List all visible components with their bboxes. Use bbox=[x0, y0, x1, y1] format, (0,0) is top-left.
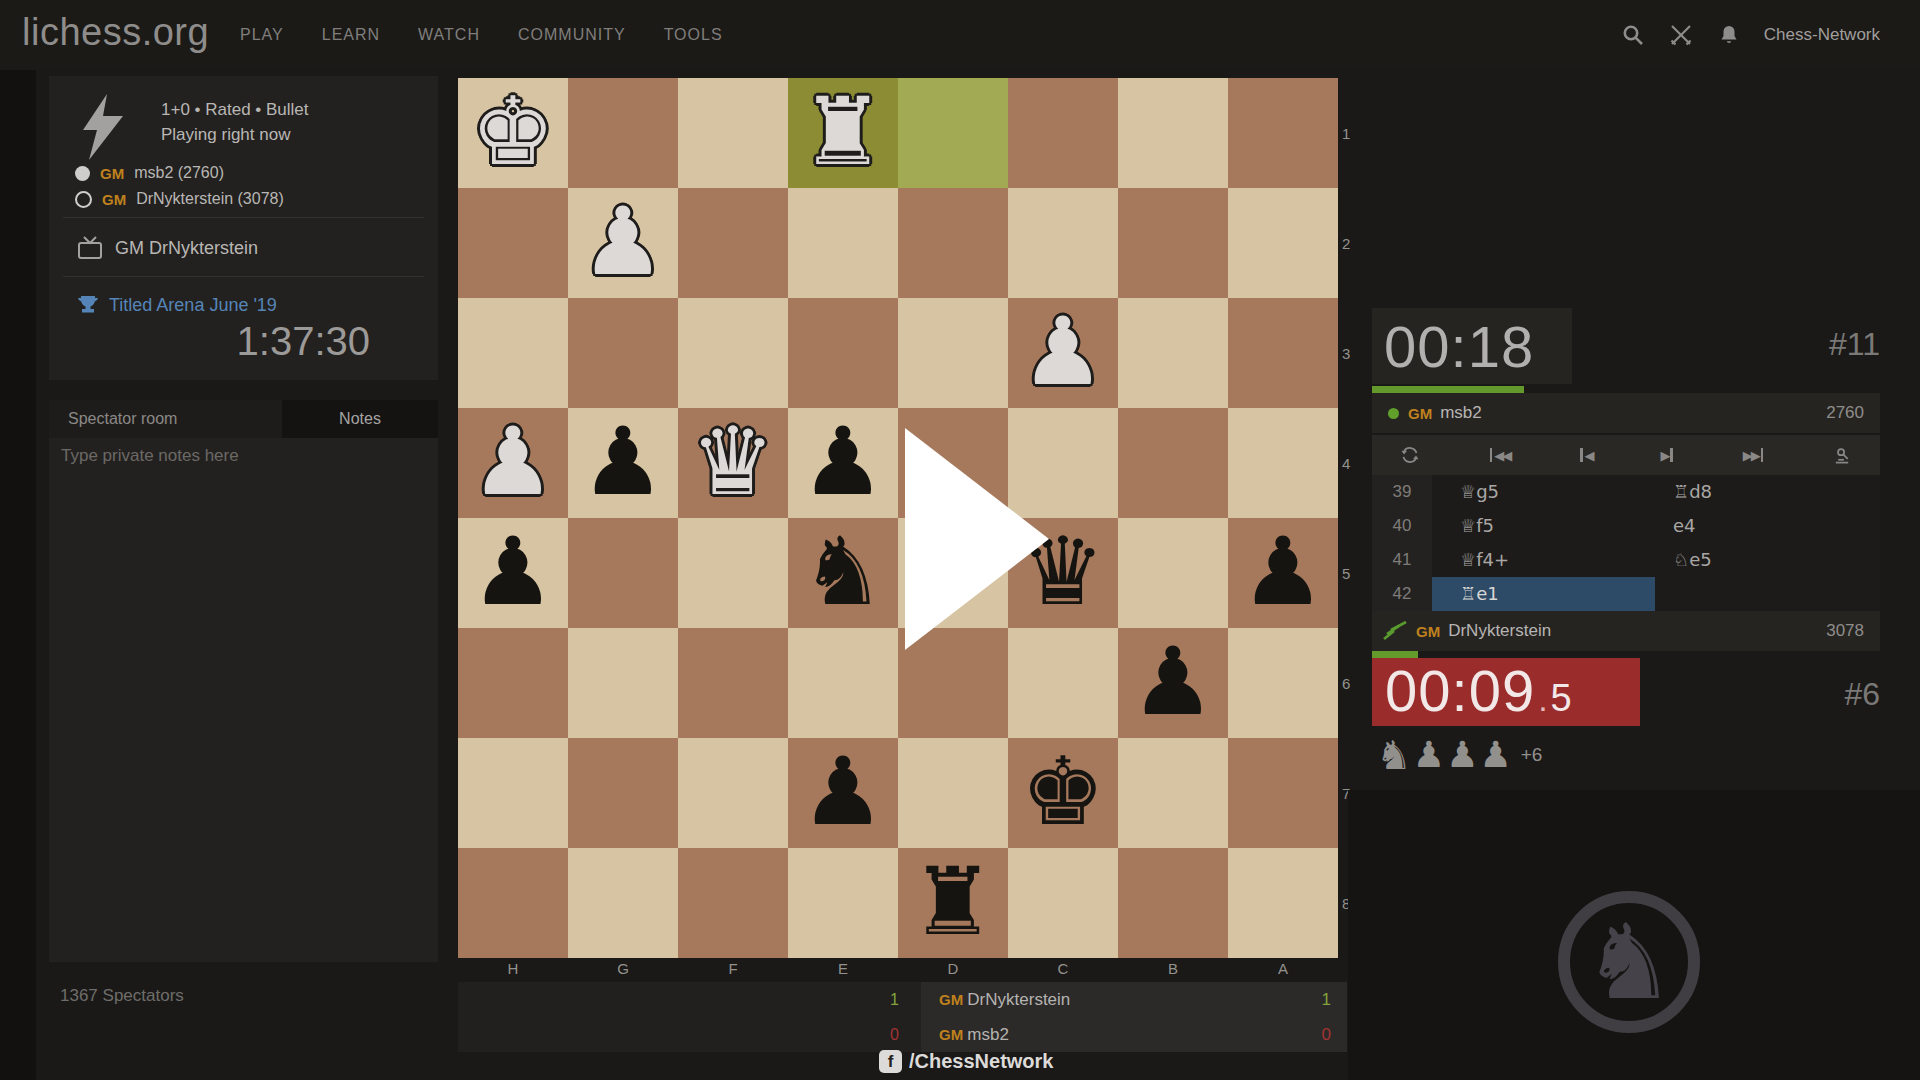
rank-label-6: 6 bbox=[1342, 628, 1350, 738]
square-e2[interactable] bbox=[788, 188, 898, 298]
move-row: 42♖e1 bbox=[1372, 577, 1880, 611]
square-h1[interactable]: ♚ bbox=[458, 78, 568, 188]
left-edge-strip bbox=[0, 0, 36, 1080]
file-label-d: D bbox=[898, 960, 1008, 977]
file-label-g: G bbox=[568, 960, 678, 977]
nav-right: Chess-Network bbox=[1620, 0, 1880, 70]
square-a8[interactable] bbox=[1228, 848, 1338, 958]
move-white[interactable]: ♕f5 bbox=[1432, 509, 1655, 543]
square-d2[interactable] bbox=[898, 188, 1008, 298]
challenge-swords-icon[interactable] bbox=[1668, 22, 1694, 48]
white-title-badge: GM bbox=[1408, 405, 1432, 422]
square-g6[interactable] bbox=[568, 628, 678, 738]
spectator-count: 1367 Spectators bbox=[60, 986, 184, 1006]
square-d1[interactable] bbox=[898, 78, 1008, 188]
square-e6[interactable] bbox=[788, 628, 898, 738]
black-player-row[interactable]: GM DrNykterstein 3078 bbox=[1372, 611, 1880, 651]
white-rook: ♜ bbox=[788, 78, 898, 188]
black-player-line[interactable]: GM DrNykterstein (3078) bbox=[75, 190, 284, 208]
move-white[interactable]: ♕g5 bbox=[1432, 475, 1655, 509]
square-h8[interactable] bbox=[458, 848, 568, 958]
trophy-icon bbox=[77, 294, 99, 316]
file-label-c: C bbox=[1008, 960, 1118, 977]
square-h5[interactable]: ♟ bbox=[458, 518, 568, 628]
file-labels: HGFEDCBA bbox=[458, 960, 1338, 977]
square-g7[interactable] bbox=[568, 738, 678, 848]
square-a6[interactable] bbox=[1228, 628, 1338, 738]
cycle-replay-button[interactable] bbox=[1400, 445, 1420, 465]
nav-item-play[interactable]: PLAY bbox=[240, 26, 284, 44]
online-dot-icon bbox=[1388, 408, 1399, 419]
square-b4[interactable] bbox=[1118, 408, 1228, 518]
square-e4[interactable]: ♟ bbox=[788, 408, 898, 518]
score-value: 1 bbox=[1322, 982, 1331, 1017]
black-clock-time: 00:09 bbox=[1385, 658, 1535, 724]
player-name: DrNykterstein bbox=[967, 990, 1070, 1009]
player-title-badge: GM bbox=[939, 1026, 967, 1043]
game-meta-panel: 1+0 • Rated • Bullet Playing right now G… bbox=[49, 76, 438, 380]
black-clock: 00:09 . 5 bbox=[1372, 658, 1640, 726]
move-number: 42 bbox=[1372, 577, 1432, 611]
square-b6[interactable]: ♟ bbox=[1118, 628, 1228, 738]
private-notes-input[interactable] bbox=[59, 444, 428, 948]
time-control-label: 1+0 • Rated • Bullet bbox=[161, 100, 309, 120]
square-b1[interactable] bbox=[1118, 78, 1228, 188]
nav-item-watch[interactable]: WATCH bbox=[418, 26, 480, 44]
bullet-lightning-icon bbox=[81, 94, 125, 160]
white-player-row[interactable]: GM msb2 2760 bbox=[1372, 393, 1880, 433]
square-h6[interactable] bbox=[458, 628, 568, 738]
file-label-a: A bbox=[1228, 960, 1338, 977]
black-clock-bar bbox=[1372, 651, 1418, 658]
white-pawn: ♟ bbox=[1008, 298, 1118, 408]
move-black[interactable]: ♖d8 bbox=[1655, 475, 1880, 509]
player-title-badge: GM bbox=[939, 991, 967, 1008]
white-tournament-rank: #11 bbox=[1750, 326, 1880, 363]
black-pawn: ♟ bbox=[458, 518, 568, 628]
square-f5[interactable] bbox=[678, 518, 788, 628]
black-knight: ♞ bbox=[788, 518, 898, 628]
search-icon[interactable] bbox=[1620, 22, 1646, 48]
captured-piece-icon: ♟ bbox=[1446, 735, 1478, 775]
square-h2[interactable] bbox=[458, 188, 568, 298]
rank-label-3: 3 bbox=[1342, 298, 1350, 408]
black-clock-decimal-point: . bbox=[1538, 680, 1547, 719]
move-number: 41 bbox=[1372, 543, 1432, 577]
berserk-wings-icon bbox=[1382, 621, 1410, 641]
move-black[interactable]: ♘e5 bbox=[1655, 543, 1880, 577]
captured-piece-icon: ♟ bbox=[1413, 735, 1445, 775]
chessnetwork-logo-watermark: ♞ bbox=[1558, 891, 1700, 1033]
square-f8[interactable] bbox=[678, 848, 788, 958]
video-play-button[interactable] bbox=[905, 428, 1049, 650]
white-clock: 00:18 bbox=[1372, 308, 1572, 384]
white-king: ♚ bbox=[458, 78, 568, 188]
move-row: 39♕g5♖d8 bbox=[1372, 475, 1880, 509]
black-player-name: DrNykterstein (3078) bbox=[136, 190, 284, 208]
score-player-row[interactable]: GM DrNykterstein1 bbox=[921, 982, 1347, 1017]
move-white[interactable]: ♕f4+ bbox=[1432, 543, 1655, 577]
black-rook: ♜ bbox=[898, 848, 1008, 958]
square-f3[interactable] bbox=[678, 298, 788, 408]
black-title-badge: GM bbox=[102, 191, 126, 208]
black-pawn: ♟ bbox=[568, 408, 678, 518]
white-player-name: msb2 bbox=[1440, 403, 1482, 423]
square-g2[interactable]: ♟ bbox=[568, 188, 678, 298]
captured-extra-count: +6 bbox=[1521, 744, 1543, 766]
square-a1[interactable] bbox=[1228, 78, 1338, 188]
nav-menu: PLAY LEARN WATCH COMMUNITY TOOLS bbox=[240, 0, 723, 70]
nav-item-tools[interactable]: TOOLS bbox=[664, 26, 723, 44]
last-move-button[interactable]: ▶▶ bbox=[1743, 448, 1766, 463]
bell-icon[interactable] bbox=[1716, 22, 1742, 48]
player-name: msb2 bbox=[967, 1025, 1009, 1044]
square-c1[interactable] bbox=[1008, 78, 1118, 188]
square-e3[interactable] bbox=[788, 298, 898, 408]
rank-label-5: 5 bbox=[1342, 518, 1350, 628]
move-white[interactable]: ♖e1 bbox=[1432, 577, 1655, 611]
move-row: 40♕f5e4 bbox=[1372, 509, 1880, 543]
square-b7[interactable] bbox=[1118, 738, 1228, 848]
white-pawn: ♟ bbox=[458, 408, 568, 518]
black-pawn: ♟ bbox=[1118, 628, 1228, 738]
square-a4[interactable] bbox=[1228, 408, 1338, 518]
black-color-icon bbox=[75, 191, 92, 208]
square-b8[interactable] bbox=[1118, 848, 1228, 958]
file-label-h: H bbox=[458, 960, 568, 977]
divider bbox=[63, 276, 424, 277]
square-b2[interactable] bbox=[1118, 188, 1228, 298]
square-c2[interactable] bbox=[1008, 188, 1118, 298]
username[interactable]: Chess-Network bbox=[1764, 25, 1880, 45]
square-c8[interactable] bbox=[1008, 848, 1118, 958]
square-d7[interactable] bbox=[898, 738, 1008, 848]
knight-logo-icon: ♞ bbox=[1582, 910, 1675, 1014]
move-number: 39 bbox=[1372, 475, 1432, 509]
board: ♚♜♟♟♟♟♛♟♟♞♛♟♟♟♚♜ bbox=[458, 78, 1338, 958]
file-label-f: F bbox=[678, 960, 788, 977]
file-label-b: B bbox=[1118, 960, 1228, 977]
black-player-name: DrNykterstein bbox=[1448, 621, 1551, 641]
black-title-badge: GM bbox=[1416, 623, 1440, 640]
square-f4[interactable]: ♛ bbox=[678, 408, 788, 518]
square-d3[interactable] bbox=[898, 298, 1008, 408]
captured-piece-icon: ♞ bbox=[1376, 735, 1412, 775]
white-pawn: ♟ bbox=[568, 188, 678, 298]
facebook-icon: f bbox=[879, 1050, 902, 1073]
square-a3[interactable] bbox=[1228, 298, 1338, 408]
rank-label-4: 4 bbox=[1342, 408, 1350, 518]
first-move-button[interactable]: ◀◀ bbox=[1488, 448, 1511, 463]
square-h4[interactable]: ♟ bbox=[458, 408, 568, 518]
move-list: 39♕g5♖d840♕f5e441♕f4+♘e542♖e1 bbox=[1372, 475, 1880, 611]
score-right-column: GM DrNykterstein1GM msb20 bbox=[921, 982, 1347, 1052]
black-pawn: ♟ bbox=[788, 738, 898, 848]
tournament-clock: 1:37:30 bbox=[49, 319, 370, 364]
analysis-microscope-button[interactable] bbox=[1833, 446, 1852, 465]
black-player-rating: 3078 bbox=[1826, 621, 1864, 641]
tv-channel-label: GM DrNykterstein bbox=[115, 238, 258, 259]
captured-pieces: ♞♟♟♟+6 bbox=[1376, 735, 1542, 775]
black-clock-tenths: 5 bbox=[1551, 677, 1572, 720]
square-c7[interactable]: ♚ bbox=[1008, 738, 1118, 848]
score-value: 1 bbox=[458, 982, 921, 1017]
square-g8[interactable] bbox=[568, 848, 678, 958]
square-g1[interactable] bbox=[568, 78, 678, 188]
square-f6[interactable] bbox=[678, 628, 788, 738]
black-pawn: ♟ bbox=[788, 408, 898, 518]
tournament-name-link: Titled Arena June '19 bbox=[109, 295, 277, 316]
square-a5[interactable]: ♟ bbox=[1228, 518, 1338, 628]
square-g5[interactable] bbox=[568, 518, 678, 628]
tv-channel-row[interactable]: GM DrNykterstein bbox=[77, 236, 258, 260]
score-player-row[interactable]: GM msb20 bbox=[921, 1017, 1347, 1052]
move-black[interactable]: e4 bbox=[1655, 509, 1880, 543]
game-status-label: Playing right now bbox=[161, 125, 290, 145]
square-c3[interactable]: ♟ bbox=[1008, 298, 1118, 408]
file-label-e: E bbox=[788, 960, 898, 977]
square-a2[interactable] bbox=[1228, 188, 1338, 298]
move-black bbox=[1655, 577, 1880, 611]
square-b5[interactable] bbox=[1118, 518, 1228, 628]
square-f2[interactable] bbox=[678, 188, 788, 298]
square-f7[interactable] bbox=[678, 738, 788, 848]
tournament-link-row[interactable]: Titled Arena June '19 bbox=[77, 294, 277, 316]
square-e8[interactable] bbox=[788, 848, 898, 958]
captured-piece-icon: ♟ bbox=[1479, 735, 1511, 775]
facebook-handle: /ChessNetwork bbox=[909, 1050, 1054, 1073]
nav-item-learn[interactable]: LEARN bbox=[322, 26, 380, 44]
square-e5[interactable]: ♞ bbox=[788, 518, 898, 628]
square-h3[interactable] bbox=[458, 298, 568, 408]
divider bbox=[63, 217, 424, 218]
rank-label-2: 2 bbox=[1342, 188, 1350, 298]
black-pawn: ♟ bbox=[1228, 518, 1338, 628]
square-b3[interactable] bbox=[1118, 298, 1228, 408]
move-controls: ◀◀ ◀ ▶ ▶▶ bbox=[1372, 435, 1880, 475]
square-e1[interactable]: ♜ bbox=[788, 78, 898, 188]
square-e7[interactable]: ♟ bbox=[788, 738, 898, 848]
white-player-line[interactable]: GM msb2 (2760) bbox=[75, 164, 224, 182]
black-tournament-rank: #6 bbox=[1780, 676, 1880, 713]
square-d8[interactable]: ♜ bbox=[898, 848, 1008, 958]
facebook-link[interactable]: f /ChessNetwork bbox=[879, 1050, 1054, 1073]
score-value: 0 bbox=[1322, 1017, 1331, 1052]
white-clock-bar bbox=[1372, 386, 1524, 393]
tab-spectator-room[interactable]: Spectator room bbox=[49, 400, 282, 438]
white-queen: ♛ bbox=[678, 408, 788, 518]
square-h7[interactable] bbox=[458, 738, 568, 848]
move-number: 40 bbox=[1372, 509, 1432, 543]
tv-icon bbox=[77, 236, 103, 260]
chat-panel: Spectator room Notes bbox=[49, 400, 438, 962]
score-value: 0 bbox=[458, 1017, 921, 1052]
tab-notes[interactable]: Notes bbox=[282, 400, 438, 438]
square-g3[interactable] bbox=[568, 298, 678, 408]
rank-label-1: 1 bbox=[1342, 78, 1350, 188]
lichess-page: lichess.org PLAY LEARN WATCH COMMUNITY T… bbox=[0, 0, 1920, 1080]
white-player-name: msb2 (2760) bbox=[134, 164, 224, 182]
square-g4[interactable]: ♟ bbox=[568, 408, 678, 518]
white-player-rating: 2760 bbox=[1826, 403, 1864, 423]
next-move-button[interactable]: ▶ bbox=[1660, 448, 1675, 463]
move-row: 41♕f4+♘e5 bbox=[1372, 543, 1880, 577]
previous-move-button[interactable]: ◀ bbox=[1578, 448, 1593, 463]
square-a7[interactable] bbox=[1228, 738, 1338, 848]
white-color-icon bbox=[75, 166, 90, 181]
white-title-badge: GM bbox=[100, 165, 124, 182]
black-king: ♚ bbox=[1008, 738, 1118, 848]
site-logo[interactable]: lichess.org bbox=[22, 11, 209, 54]
score-left-column: 10 bbox=[458, 982, 921, 1052]
nav-item-community[interactable]: COMMUNITY bbox=[518, 26, 626, 44]
top-nav: lichess.org PLAY LEARN WATCH COMMUNITY T… bbox=[0, 0, 1920, 70]
square-f1[interactable] bbox=[678, 78, 788, 188]
white-clock-time: 00:18 bbox=[1372, 313, 1534, 380]
